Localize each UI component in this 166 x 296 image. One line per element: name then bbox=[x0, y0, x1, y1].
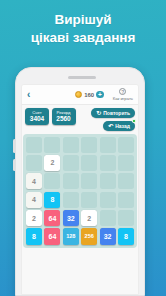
how-to-play-label: Как играть bbox=[113, 96, 133, 101]
tile-128: 128 bbox=[63, 228, 79, 244]
board-cell bbox=[100, 173, 116, 189]
undo-button-label: Назад bbox=[115, 123, 130, 129]
add-coins-button[interactable]: + bbox=[96, 91, 104, 99]
app-header-bar: ‹ 160 + ? Как играть bbox=[22, 85, 138, 105]
board-cell: 64 bbox=[44, 228, 60, 244]
board-cell bbox=[100, 210, 116, 226]
ad-reward-badge bbox=[132, 119, 137, 124]
undo-icon: ↶ bbox=[108, 123, 113, 129]
game-screen: ‹ 160 + ? Как играть Счет 3404 bbox=[21, 84, 139, 295]
banner-title-line2: цікаві завдання bbox=[0, 29, 166, 47]
tile-64: 64 bbox=[44, 210, 60, 226]
score-badge: Счет 3404 bbox=[25, 108, 49, 125]
board-cell bbox=[100, 155, 116, 171]
coin-counter: 160 + bbox=[75, 91, 104, 99]
board-cell bbox=[26, 155, 42, 171]
board-cell: 32 bbox=[63, 210, 79, 226]
board-cell: 64 bbox=[44, 210, 60, 226]
tile-4: 4 bbox=[26, 192, 42, 208]
board-cell: 256 bbox=[81, 228, 97, 244]
board-cell: 8 bbox=[118, 228, 134, 244]
board-cell bbox=[63, 173, 79, 189]
board-cell bbox=[81, 192, 97, 208]
board-cell bbox=[81, 137, 97, 153]
undo-button[interactable]: ↶ Назад bbox=[103, 121, 135, 131]
board-cell bbox=[100, 137, 116, 153]
tile-32: 32 bbox=[63, 210, 79, 226]
board-cell: 4 bbox=[26, 192, 42, 208]
board-cell bbox=[118, 173, 134, 189]
tile-32: 32 bbox=[100, 228, 116, 244]
tile-2: 2 bbox=[81, 210, 97, 226]
board-cell bbox=[26, 137, 42, 153]
board-cell bbox=[63, 192, 79, 208]
question-icon: ? bbox=[119, 88, 126, 95]
retry-button[interactable]: ↻ Повторить bbox=[91, 108, 135, 118]
tile-8: 8 bbox=[44, 192, 60, 208]
coin-count: 160 bbox=[84, 92, 94, 98]
board-cell bbox=[44, 137, 60, 153]
best-score-value: 2560 bbox=[55, 115, 73, 123]
banner-title: Вирішуй цікаві завдання bbox=[0, 0, 166, 47]
refresh-icon: ↻ bbox=[96, 110, 101, 116]
board-cell bbox=[100, 192, 116, 208]
back-chevron-icon[interactable]: ‹ bbox=[27, 90, 30, 100]
score-value: 3404 bbox=[28, 115, 46, 123]
tile-256: 256 bbox=[81, 228, 97, 244]
board-cell bbox=[63, 137, 79, 153]
tile-4: 4 bbox=[26, 173, 42, 189]
game-board[interactable]: 2448264322864128256328 bbox=[23, 134, 137, 248]
tile-2: 2 bbox=[44, 155, 60, 171]
board-cell bbox=[118, 155, 134, 171]
retry-button-label: Повторить bbox=[103, 110, 130, 116]
board-cell: 32 bbox=[100, 228, 116, 244]
banner-title-line1: Вирішуй bbox=[0, 11, 166, 29]
action-buttons: ↻ Повторить ↶ Назад bbox=[91, 108, 135, 131]
coin-icon bbox=[75, 91, 82, 98]
best-score-badge: Рекорд 2560 bbox=[52, 108, 76, 125]
board-cell bbox=[81, 173, 97, 189]
phone-mockup: ‹ 160 + ? Как играть Счет 3404 bbox=[15, 67, 145, 296]
board-cell: 128 bbox=[63, 228, 79, 244]
tile-8: 8 bbox=[118, 228, 134, 244]
board-cell: 8 bbox=[26, 228, 42, 244]
board-cell bbox=[81, 155, 97, 171]
tile-8: 8 bbox=[26, 228, 42, 244]
board-cell: 2 bbox=[44, 155, 60, 171]
board-cell bbox=[118, 210, 134, 226]
board-cell: 8 bbox=[44, 192, 60, 208]
score-controls-row: Счет 3404 Рекорд 2560 ↻ Повторить ↶ bbox=[22, 105, 138, 131]
board-cell: 2 bbox=[26, 210, 42, 226]
score-badges: Счет 3404 Рекорд 2560 bbox=[25, 108, 76, 125]
board-cell bbox=[118, 192, 134, 208]
how-to-play-button[interactable]: ? Как играть bbox=[113, 88, 133, 101]
tile-2: 2 bbox=[26, 210, 42, 226]
board-cell bbox=[44, 173, 60, 189]
volume-down-button bbox=[13, 159, 16, 171]
volume-up-button bbox=[13, 139, 16, 153]
speaker-slit bbox=[68, 76, 96, 79]
tile-64: 64 bbox=[44, 228, 60, 244]
board-cell: 4 bbox=[26, 173, 42, 189]
board-cell bbox=[63, 155, 79, 171]
board-cell: 2 bbox=[81, 210, 97, 226]
ad-banner: Вирішуй цікаві завдання ‹ 160 + ? Как иг… bbox=[0, 0, 166, 296]
board-cell bbox=[118, 137, 134, 153]
